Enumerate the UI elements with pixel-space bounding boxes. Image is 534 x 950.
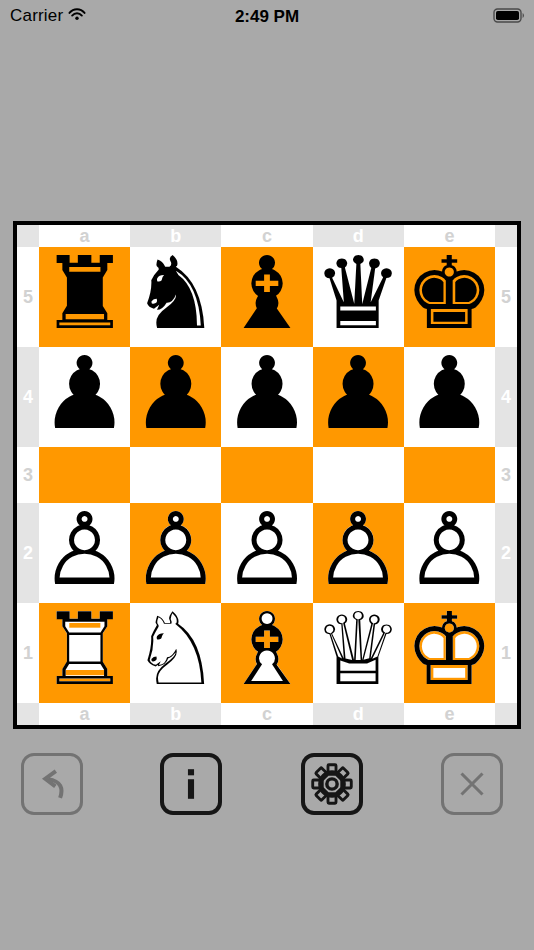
square-a2[interactable]: ♟♙ [39,503,130,603]
piece-white-bishop: ♝♗ [221,603,312,703]
square-b4[interactable]: ♟♟ [130,347,221,447]
rank-label-3: 3 [495,447,517,503]
piece-black-rook: ♜♜ [39,247,130,347]
square-c5[interactable]: ♝♝ [221,247,312,347]
battery-icon [493,7,526,28]
square-c1[interactable]: ♝♗ [221,603,312,703]
rank-label-2: 2 [495,503,517,603]
piece-black-bishop: ♝♝ [221,247,312,347]
square-d5[interactable]: ♛♛ [313,247,404,347]
rank-label-2: 2 [17,503,39,603]
square-a1[interactable]: ♜♖ [39,603,130,703]
piece-black-queen: ♛♛ [313,247,404,347]
piece-black-pawn: ♟♟ [130,347,221,447]
square-e4[interactable]: ♟♟ [404,347,495,447]
close-button[interactable] [441,753,503,815]
rank-label-4: 4 [495,347,517,447]
square-e5[interactable]: ♚♚ [404,247,495,347]
clock-time: 2:49 PM [0,7,534,27]
square-b5[interactable]: ♞♞ [130,247,221,347]
piece-black-pawn: ♟♟ [39,347,130,447]
status-bar: Carrier 2:49 PM [0,0,534,34]
board-corner [495,703,517,725]
chess-board: abcde5♜♜♞♞♝♝♛♛♚♚54♟♟♟♟♟♟♟♟♟♟4332♟♙♟♙♟♙♟♙… [13,221,521,729]
app-screen: Carrier 2:49 PM abcde5♜♜♞♞♝♝♛♛♚♚54♟♟♟♟♟♟… [0,0,534,950]
close-x-icon [451,763,493,805]
gear-icon [311,763,353,805]
info-button[interactable] [160,753,222,815]
piece-black-pawn: ♟♟ [313,347,404,447]
piece-black-pawn: ♟♟ [221,347,312,447]
rank-label-4: 4 [17,347,39,447]
undo-arrow-icon [31,763,73,805]
piece-white-queen: ♛♕ [313,603,404,703]
piece-white-knight: ♞♘ [130,603,221,703]
piece-white-pawn: ♟♙ [404,503,495,603]
rank-label-1: 1 [17,603,39,703]
piece-black-knight: ♞♞ [130,247,221,347]
board-corner [17,703,39,725]
square-b1[interactable]: ♞♘ [130,603,221,703]
square-a4[interactable]: ♟♟ [39,347,130,447]
rank-label-3: 3 [17,447,39,503]
square-e2[interactable]: ♟♙ [404,503,495,603]
rank-label-5: 5 [17,247,39,347]
square-c4[interactable]: ♟♟ [221,347,312,447]
rank-label-5: 5 [495,247,517,347]
square-e1[interactable]: ♚♔ [404,603,495,703]
rank-label-1: 1 [495,603,517,703]
square-d4[interactable]: ♟♟ [313,347,404,447]
piece-black-pawn: ♟♟ [404,347,495,447]
square-d1[interactable]: ♛♕ [313,603,404,703]
board-corner [495,225,517,247]
piece-white-pawn: ♟♙ [130,503,221,603]
piece-white-king: ♚♔ [404,603,495,703]
square-a5[interactable]: ♜♜ [39,247,130,347]
board-corner [17,225,39,247]
piece-white-pawn: ♟♙ [221,503,312,603]
piece-white-pawn: ♟♙ [39,503,130,603]
square-b2[interactable]: ♟♙ [130,503,221,603]
square-d2[interactable]: ♟♙ [313,503,404,603]
info-icon [170,763,212,805]
piece-white-rook: ♜♖ [39,603,130,703]
square-c2[interactable]: ♟♙ [221,503,312,603]
settings-button[interactable] [301,753,363,815]
piece-black-king: ♚♚ [404,247,495,347]
piece-white-pawn: ♟♙ [313,503,404,603]
undo-button[interactable] [21,753,83,815]
